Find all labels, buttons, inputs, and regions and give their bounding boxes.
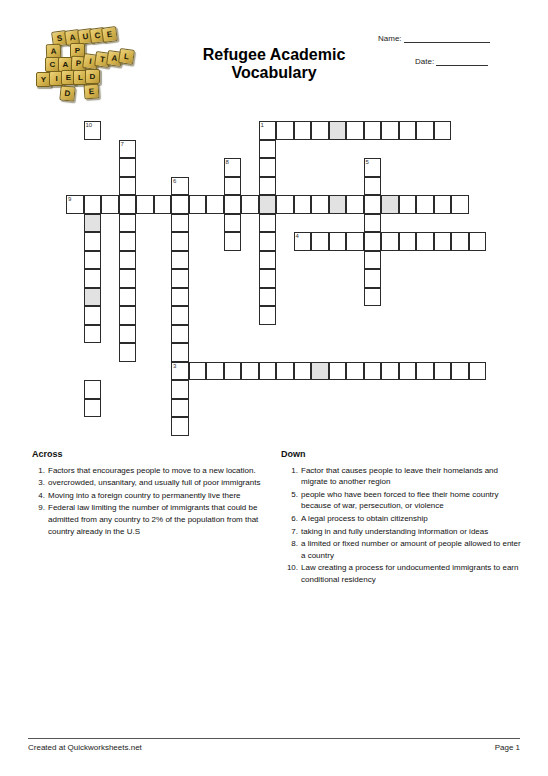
grid-cell[interactable] xyxy=(294,121,312,140)
clue-item-number: 6. xyxy=(281,513,301,525)
grid-cell[interactable] xyxy=(206,362,224,381)
grid-cell[interactable] xyxy=(84,251,102,270)
grid-cell[interactable] xyxy=(119,232,137,251)
clue-item-text: taking in and fully understanding inform… xyxy=(301,526,525,538)
grid-cell[interactable] xyxy=(381,232,399,251)
clue-item-text: overcrowded, unsanitary, and usually ful… xyxy=(48,477,276,489)
grid-cell[interactable]: 6 xyxy=(171,177,189,196)
grid-cell[interactable] xyxy=(171,306,189,325)
grid-cell[interactable] xyxy=(346,362,364,381)
name-blank-line[interactable] xyxy=(404,33,490,43)
grid-cell[interactable] xyxy=(84,380,102,399)
grid-cell[interactable] xyxy=(241,195,259,214)
clue-item: 9.Federal law limiting the number of imm… xyxy=(32,502,276,537)
grid-cell-shaded-space xyxy=(329,121,347,140)
grid-cell[interactable] xyxy=(381,362,399,381)
name-row: Name: xyxy=(378,33,490,43)
clue-item-text: Federal law limiting the number of immig… xyxy=(48,502,276,537)
clue-number-label: 5 xyxy=(366,159,369,166)
clue-number-label: 6 xyxy=(173,178,176,185)
grid-cell[interactable] xyxy=(469,232,487,251)
grid-cell[interactable] xyxy=(416,232,434,251)
grid-cell[interactable] xyxy=(84,195,102,214)
grid-cell[interactable] xyxy=(311,232,329,251)
clue-item-text: people who have been forced to flee thei… xyxy=(301,489,525,512)
grid-cell[interactable] xyxy=(259,158,277,177)
grid-cell[interactable] xyxy=(259,251,277,270)
grid-cell[interactable] xyxy=(364,214,382,233)
grid-cell[interactable] xyxy=(154,195,172,214)
grid-cell[interactable] xyxy=(119,214,137,233)
grid-cell[interactable] xyxy=(276,121,294,140)
clue-item: 8.a limited or fixed number or amount of… xyxy=(281,538,525,561)
grid-cell[interactable] xyxy=(171,288,189,307)
grid-cell[interactable] xyxy=(276,195,294,214)
grid-cell[interactable] xyxy=(259,232,277,251)
clue-number-label: 8 xyxy=(226,159,229,166)
grid-cell[interactable] xyxy=(399,121,417,140)
grid-cell[interactable] xyxy=(364,121,382,140)
grid-cell[interactable] xyxy=(311,121,329,140)
clue-number-label: 3 xyxy=(173,363,176,370)
clue-item-number: 9. xyxy=(32,502,48,537)
clue-item: 1.Factor that causes people to leave the… xyxy=(281,465,525,488)
grid-cell[interactable] xyxy=(259,177,277,196)
clue-item-number: 4. xyxy=(32,490,48,502)
grid-cell[interactable] xyxy=(451,232,469,251)
grid-cell[interactable] xyxy=(364,195,382,214)
clue-item: 4.Moving into a foreign country to perma… xyxy=(32,490,276,502)
grid-cell[interactable] xyxy=(364,288,382,307)
grid-cell-shaded-space xyxy=(329,195,347,214)
logo-letter-tile: E xyxy=(101,26,118,43)
grid-cell[interactable] xyxy=(364,232,382,251)
grid-cell[interactable] xyxy=(171,417,189,436)
grid-cell[interactable] xyxy=(434,195,452,214)
grid-cell[interactable] xyxy=(434,232,452,251)
clue-item-number: 10. xyxy=(281,562,301,585)
grid-cell[interactable] xyxy=(171,380,189,399)
grid-cell[interactable] xyxy=(451,195,469,214)
grid-cell-shaded-space xyxy=(84,214,102,233)
grid-cell[interactable] xyxy=(259,269,277,288)
grid-cell[interactable] xyxy=(469,362,487,381)
grid-cell[interactable] xyxy=(364,251,382,270)
grid-cell[interactable] xyxy=(119,195,137,214)
date-label: Date: xyxy=(415,57,434,66)
clue-number-label: 4 xyxy=(296,233,299,240)
grid-cell[interactable] xyxy=(119,251,137,270)
across-clue-list: 1.Factors that encourages people to move… xyxy=(32,465,276,538)
page-title-line2: Vocabulary xyxy=(0,64,548,82)
clue-item: 3.overcrowded, unsanitary, and usually f… xyxy=(32,477,276,489)
grid-cell[interactable] xyxy=(451,362,469,381)
grid-cell[interactable] xyxy=(259,214,277,233)
grid-cell[interactable] xyxy=(171,251,189,270)
grid-cell[interactable] xyxy=(364,269,382,288)
grid-cell[interactable] xyxy=(364,177,382,196)
grid-cell[interactable] xyxy=(119,269,137,288)
grid-cell[interactable] xyxy=(294,362,312,381)
grid-cell[interactable]: 10 xyxy=(84,121,102,140)
clue-item-text: A legal process to obtain citizenship xyxy=(301,513,525,525)
grid-cell[interactable] xyxy=(329,232,347,251)
grid-cell[interactable] xyxy=(119,158,137,177)
grid-cell[interactable] xyxy=(224,232,242,251)
grid-cell[interactable] xyxy=(171,325,189,344)
down-clues-section: Down 1.Factor that causes people to leav… xyxy=(281,449,525,587)
clue-item: 7.taking in and fully understanding info… xyxy=(281,526,525,538)
grid-cell[interactable] xyxy=(259,140,277,159)
clue-number-label: 1 xyxy=(261,122,264,129)
down-heading: Down xyxy=(281,449,525,461)
clue-item: 10.Law creating a process for undocument… xyxy=(281,562,525,585)
grid-cell[interactable] xyxy=(119,325,137,344)
grid-cell[interactable] xyxy=(346,195,364,214)
grid-cell[interactable] xyxy=(224,214,242,233)
clue-item-text: Law creating a process for undocumented … xyxy=(301,562,525,585)
grid-cell[interactable]: 8 xyxy=(224,158,242,177)
grid-cell[interactable] xyxy=(189,362,207,381)
grid-cell-shaded-space xyxy=(381,195,399,214)
grid-cell[interactable] xyxy=(276,362,294,381)
grid-cell[interactable] xyxy=(399,195,417,214)
grid-cell[interactable] xyxy=(224,362,242,381)
grid-cell[interactable]: 1 xyxy=(259,121,277,140)
grid-cell[interactable] xyxy=(119,306,137,325)
clue-item: 6.A legal process to obtain citizenship xyxy=(281,513,525,525)
worksheet-page: SAUCEAPCAPITALYIELDDE Refugee Academic V… xyxy=(0,0,548,776)
clue-number-label: 10 xyxy=(86,122,93,129)
clue-item-text: Moving into a foreign country to permane… xyxy=(48,490,276,502)
grid-cell[interactable] xyxy=(346,121,364,140)
grid-cell[interactable] xyxy=(84,306,102,325)
date-blank-line[interactable] xyxy=(436,56,488,66)
grid-cell[interactable] xyxy=(189,195,207,214)
grid-cell[interactable] xyxy=(399,362,417,381)
grid-cell[interactable] xyxy=(171,269,189,288)
grid-cell[interactable] xyxy=(119,177,137,196)
grid-cell[interactable] xyxy=(171,399,189,418)
grid-cell[interactable] xyxy=(101,195,119,214)
grid-cell[interactable] xyxy=(346,232,364,251)
grid-cell[interactable] xyxy=(434,362,452,381)
grid-cell[interactable] xyxy=(399,232,417,251)
grid-cell[interactable] xyxy=(416,195,434,214)
grid-cell[interactable] xyxy=(224,195,242,214)
grid-cell[interactable]: 4 xyxy=(294,232,312,251)
grid-cell[interactable]: 7 xyxy=(119,140,137,159)
footer-divider xyxy=(28,738,520,739)
grid-cell[interactable] xyxy=(171,343,189,362)
grid-cell[interactable] xyxy=(381,121,399,140)
grid-cell[interactable] xyxy=(171,195,189,214)
clue-item-number: 1. xyxy=(32,465,48,477)
grid-cell[interactable]: 5 xyxy=(364,158,382,177)
logo-letter-tile: E xyxy=(83,83,99,99)
grid-cell[interactable]: 3 xyxy=(171,362,189,381)
grid-cell[interactable] xyxy=(241,362,259,381)
grid-cell-shaded-space xyxy=(84,288,102,307)
grid-cell[interactable] xyxy=(136,195,154,214)
crossword-grid: 1017856943 xyxy=(66,121,486,436)
grid-cell[interactable] xyxy=(119,288,137,307)
grid-cell[interactable] xyxy=(206,195,224,214)
clue-item: 5.people who have been forced to flee th… xyxy=(281,489,525,512)
across-clues-section: Across 1.Factors that encourages people … xyxy=(32,449,276,538)
logo-letter-tile: D xyxy=(59,85,75,101)
name-label: Name: xyxy=(378,34,402,43)
grid-cell[interactable]: 9 xyxy=(66,195,84,214)
grid-cell[interactable] xyxy=(171,214,189,233)
grid-cell[interactable] xyxy=(84,269,102,288)
grid-cell[interactable] xyxy=(84,399,102,418)
grid-cell[interactable] xyxy=(329,362,347,381)
down-clue-list: 1.Factor that causes people to leave the… xyxy=(281,465,525,586)
grid-cell[interactable] xyxy=(259,306,277,325)
grid-cell-shaded-space xyxy=(311,362,329,381)
clue-item-number: 1. xyxy=(281,465,301,488)
clue-item-text: a limited or fixed number or amount of p… xyxy=(301,538,525,561)
date-row: Date: xyxy=(415,56,488,66)
grid-cell-shaded-space xyxy=(259,195,277,214)
grid-cell[interactable] xyxy=(259,288,277,307)
clue-item-number: 7. xyxy=(281,526,301,538)
clue-item: 1.Factors that encourages people to move… xyxy=(32,465,276,477)
grid-cell[interactable] xyxy=(416,121,434,140)
grid-cell[interactable] xyxy=(259,362,277,381)
clue-number-label: 7 xyxy=(121,141,124,148)
grid-cell[interactable] xyxy=(171,232,189,251)
clue-item-text: Factors that encourages people to move t… xyxy=(48,465,276,477)
grid-cell[interactable] xyxy=(119,343,137,362)
footer-credit: Created at Quickworksheets.net xyxy=(28,743,142,752)
footer-page-number: Page 1 xyxy=(495,743,520,752)
across-heading: Across xyxy=(32,449,276,461)
grid-cell[interactable] xyxy=(416,362,434,381)
clue-item-number: 3. xyxy=(32,477,48,489)
clue-item-number: 8. xyxy=(281,538,301,561)
clue-number-label: 9 xyxy=(68,196,71,203)
grid-cell[interactable] xyxy=(364,362,382,381)
grid-cell[interactable] xyxy=(434,121,452,140)
grid-cell[interactable] xyxy=(224,177,242,196)
grid-cell[interactable] xyxy=(84,325,102,344)
grid-cell[interactable] xyxy=(294,195,312,214)
grid-cell[interactable] xyxy=(84,232,102,251)
clue-item-number: 5. xyxy=(281,489,301,512)
clue-item-text: Factor that causes people to leave their… xyxy=(301,465,525,488)
grid-cell[interactable] xyxy=(311,195,329,214)
